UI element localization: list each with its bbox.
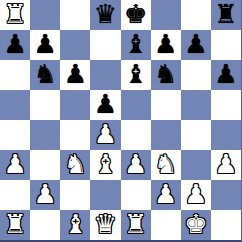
square-f7[interactable]: ♟ (151, 30, 181, 60)
square-c5[interactable] (60, 90, 90, 120)
black-pawn[interactable]: ♟ (214, 61, 237, 87)
white-queen[interactable]: ♛ (94, 211, 117, 237)
black-pawn[interactable]: ♟ (64, 61, 87, 87)
white-pawn[interactable]: ♟ (154, 181, 177, 207)
square-c7[interactable] (60, 30, 90, 60)
square-b8[interactable] (30, 0, 60, 30)
square-e8[interactable]: ♚ (121, 0, 151, 30)
square-a7[interactable]: ♟ (0, 30, 30, 60)
square-h4[interactable] (211, 120, 241, 150)
square-f8[interactable] (151, 0, 181, 30)
square-h3[interactable]: ♟ (211, 150, 241, 180)
square-a8[interactable]: ♜ (0, 0, 30, 30)
square-a5[interactable] (0, 90, 30, 120)
white-pawn[interactable]: ♟ (34, 181, 57, 207)
white-knight[interactable]: ♞ (64, 151, 87, 177)
square-h5[interactable] (211, 90, 241, 120)
square-c1[interactable]: ♝ (60, 210, 90, 240)
black-pawn[interactable]: ♟ (94, 91, 117, 117)
square-h6[interactable]: ♟ (211, 60, 241, 90)
square-g3[interactable] (181, 150, 211, 180)
white-king[interactable]: ♚ (184, 211, 207, 237)
black-knight[interactable]: ♞ (154, 61, 177, 87)
square-h1[interactable] (211, 210, 241, 240)
black-rook[interactable]: ♜ (214, 1, 237, 27)
white-pawn[interactable]: ♟ (214, 151, 237, 177)
square-h7[interactable] (211, 30, 241, 60)
square-c3[interactable]: ♞ (60, 150, 90, 180)
black-pawn[interactable]: ♟ (154, 31, 177, 57)
white-pawn[interactable]: ♟ (184, 181, 207, 207)
square-d5[interactable]: ♟ (90, 90, 120, 120)
square-f6[interactable]: ♞ (151, 60, 181, 90)
square-g2[interactable]: ♟ (181, 180, 211, 210)
black-pawn[interactable]: ♟ (34, 31, 57, 57)
white-rook[interactable]: ♜ (3, 211, 26, 237)
square-e2[interactable] (121, 180, 151, 210)
square-b5[interactable] (30, 90, 60, 120)
square-d7[interactable] (90, 30, 120, 60)
square-d6[interactable] (90, 60, 120, 90)
square-g5[interactable] (181, 90, 211, 120)
square-e3[interactable]: ♟ (121, 150, 151, 180)
white-pawn[interactable]: ♟ (3, 151, 26, 177)
square-d2[interactable] (90, 180, 120, 210)
black-pawn[interactable]: ♟ (3, 31, 26, 57)
square-a4[interactable] (0, 120, 30, 150)
white-bishop[interactable]: ♝ (64, 211, 87, 237)
square-d3[interactable]: ♝ (90, 150, 120, 180)
white-pawn[interactable]: ♟ (124, 151, 147, 177)
square-b1[interactable] (30, 210, 60, 240)
square-e6[interactable]: ♝ (121, 60, 151, 90)
square-g1[interactable]: ♚ (181, 210, 211, 240)
square-e1[interactable]: ♜ (121, 210, 151, 240)
square-b4[interactable] (30, 120, 60, 150)
square-c8[interactable] (60, 0, 90, 30)
square-g6[interactable] (181, 60, 211, 90)
square-f4[interactable] (151, 120, 181, 150)
square-a6[interactable] (0, 60, 30, 90)
square-f5[interactable] (151, 90, 181, 120)
black-queen[interactable]: ♛ (94, 1, 117, 27)
square-e4[interactable] (121, 120, 151, 150)
square-h2[interactable] (211, 180, 241, 210)
white-pawn[interactable]: ♟ (94, 121, 117, 147)
square-d1[interactable]: ♛ (90, 210, 120, 240)
square-d8[interactable]: ♛ (90, 0, 120, 30)
black-bishop[interactable]: ♝ (124, 31, 147, 57)
square-b6[interactable]: ♞ (30, 60, 60, 90)
square-f1[interactable] (151, 210, 181, 240)
square-g7[interactable]: ♟ (181, 30, 211, 60)
white-knight[interactable]: ♞ (154, 151, 177, 177)
square-b2[interactable]: ♟ (30, 180, 60, 210)
black-king[interactable]: ♚ (124, 1, 147, 27)
square-b7[interactable]: ♟ (30, 30, 60, 60)
square-a2[interactable] (0, 180, 30, 210)
black-pawn[interactable]: ♟ (184, 31, 207, 57)
black-bishop[interactable]: ♝ (124, 61, 147, 87)
square-c2[interactable] (60, 180, 90, 210)
square-e7[interactable]: ♝ (121, 30, 151, 60)
square-g8[interactable] (181, 0, 211, 30)
square-e5[interactable] (121, 90, 151, 120)
square-c6[interactable]: ♟ (60, 60, 90, 90)
square-a3[interactable]: ♟ (0, 150, 30, 180)
white-bishop[interactable]: ♝ (94, 151, 117, 177)
square-c4[interactable] (60, 120, 90, 150)
square-f3[interactable]: ♞ (151, 150, 181, 180)
square-b3[interactable] (30, 150, 60, 180)
white-rook[interactable]: ♜ (3, 1, 26, 27)
square-f2[interactable]: ♟ (151, 180, 181, 210)
square-d4[interactable]: ♟ (90, 120, 120, 150)
chess-board: ♜♛♚♜♟♟♝♟♟♞♟♝♞♟♟♟♟♞♝♟♞♟♟♟♟♜♝♛♜♚ (0, 0, 242, 242)
square-h8[interactable]: ♜ (211, 0, 241, 30)
square-a1[interactable]: ♜ (0, 210, 30, 240)
white-rook[interactable]: ♜ (124, 211, 147, 237)
square-g4[interactable] (181, 120, 211, 150)
black-knight[interactable]: ♞ (34, 61, 57, 87)
